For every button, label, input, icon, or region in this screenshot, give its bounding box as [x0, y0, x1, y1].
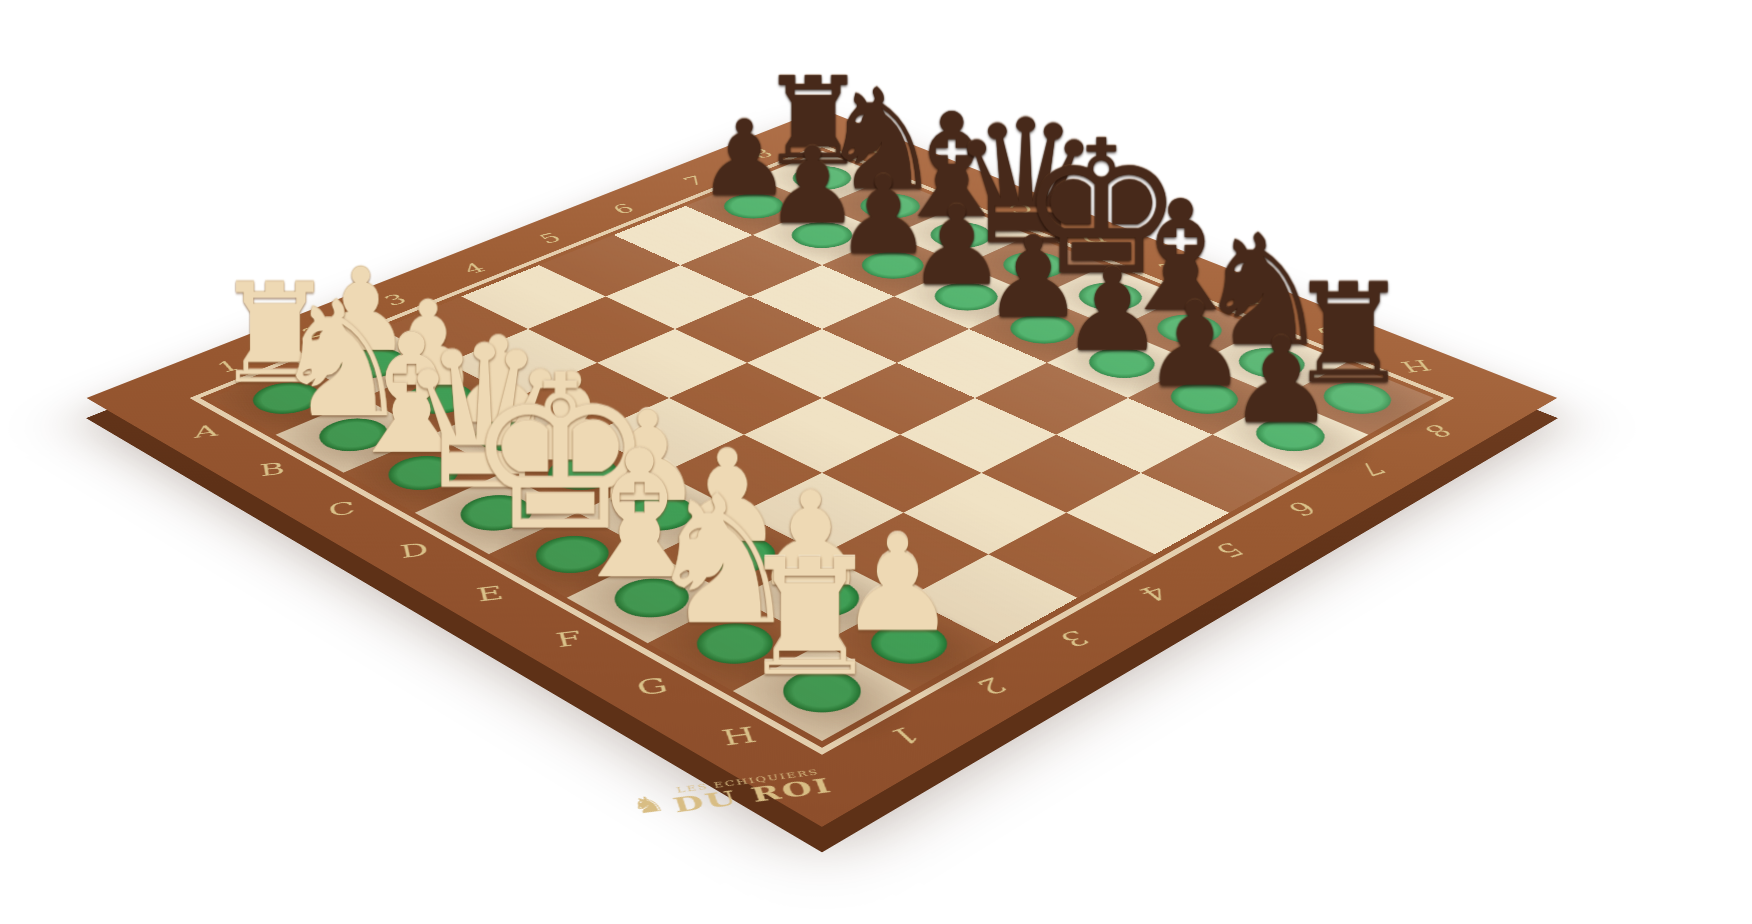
file-label-a-near: A [192, 421, 220, 441]
file-label-g-near: G [633, 673, 672, 700]
rank-label-6-left: 6 [608, 201, 640, 217]
file-label-e-near: E [474, 581, 507, 605]
rank-label-5-left: 5 [534, 230, 567, 247]
file-label-c-near: C [327, 498, 358, 520]
file-label-b-near: B [258, 458, 287, 479]
square-f5 [900, 398, 1056, 473]
rank-label-5-right: 5 [1208, 538, 1251, 562]
black-pawn-h7: ♟ [1164, 320, 1398, 439]
rank-label-4-right: 4 [1132, 581, 1176, 606]
white-rook-h1: ♜ [676, 537, 944, 698]
file-label-d-near: D [398, 539, 432, 563]
rank-label-6-right: 6 [1281, 497, 1324, 520]
file-label-h-near: H [718, 722, 761, 751]
knight-icon: ♞ [628, 792, 669, 818]
rank-label-3-right: 3 [1052, 626, 1096, 652]
chessboard: ♞ LES ECHIQUIERS DU ROI AABBCCDDEEFFGGHH… [87, 109, 1558, 827]
file-label-f-near: F [553, 626, 586, 651]
